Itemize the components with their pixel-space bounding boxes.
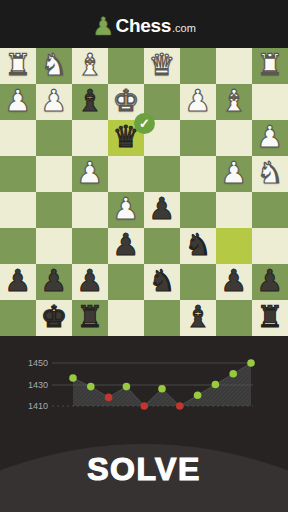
piece-white-pawn: ♟ [113, 194, 140, 224]
square-c4[interactable] [180, 156, 216, 192]
square-a1[interactable]: ♜ [252, 48, 288, 84]
solve-cta[interactable]: SOLVE [0, 453, 288, 485]
square-e6[interactable]: ♟ [108, 228, 144, 264]
square-h1[interactable]: ♜ [0, 48, 36, 84]
square-a7[interactable]: ♟ [252, 264, 288, 300]
rating-dot-up [123, 383, 131, 391]
ytick-label: 1450 [28, 358, 48, 368]
square-c5[interactable] [180, 192, 216, 228]
correct-move-badge: ✓ [134, 113, 155, 134]
piece-white-king: ♚ [113, 86, 140, 116]
piece-black-king: ♚ [41, 302, 68, 332]
check-icon: ✓ [139, 116, 150, 131]
square-h2[interactable]: ♟ [0, 84, 36, 120]
square-h8[interactable] [0, 300, 36, 336]
rating-dot-up [87, 383, 95, 391]
piece-black-pawn: ♟ [221, 266, 248, 296]
square-f6[interactable] [72, 228, 108, 264]
ytick-label: 1430 [28, 380, 48, 390]
rating-dot-down [176, 402, 184, 410]
app-header: ♟ Chess .com [0, 0, 288, 48]
square-h5[interactable] [0, 192, 36, 228]
square-b5[interactable] [216, 192, 252, 228]
square-g3[interactable] [36, 120, 72, 156]
app-screen: ♟ Chess .com ♜♞♝♛♜♟♟♝♚♟♝♛♟♟♟♞♟♟♟♞♟♟♟♞♟♟♚… [0, 0, 288, 512]
square-a8[interactable]: ♜ [252, 300, 288, 336]
square-f1[interactable]: ♝ [72, 48, 108, 84]
square-f2[interactable]: ♝ [72, 84, 108, 120]
piece-white-queen: ♛ [149, 50, 176, 80]
square-e4[interactable] [108, 156, 144, 192]
logo-suffix: .com [172, 22, 196, 34]
square-f5[interactable] [72, 192, 108, 228]
piece-white-pawn: ♟ [221, 158, 248, 188]
pawn-logo-icon: ♟ [92, 14, 114, 39]
square-b8[interactable] [216, 300, 252, 336]
square-b3[interactable] [216, 120, 252, 156]
square-g8[interactable]: ♚ [36, 300, 72, 336]
piece-white-bishop: ♝ [77, 50, 104, 80]
piece-black-pawn: ♟ [113, 230, 140, 260]
square-f4[interactable]: ♟ [72, 156, 108, 192]
piece-black-bishop: ♝ [185, 302, 212, 332]
square-c3[interactable] [180, 120, 216, 156]
square-b4[interactable]: ♟ [216, 156, 252, 192]
piece-white-pawn: ♟ [257, 122, 284, 152]
square-e8[interactable] [108, 300, 144, 336]
piece-black-pawn: ♟ [77, 266, 104, 296]
square-e5[interactable]: ♟ [108, 192, 144, 228]
square-g6[interactable] [36, 228, 72, 264]
square-d6[interactable] [144, 228, 180, 264]
square-c8[interactable]: ♝ [180, 300, 216, 336]
rating-dot-up [229, 370, 237, 378]
square-a2[interactable] [252, 84, 288, 120]
square-b2[interactable]: ♝ [216, 84, 252, 120]
piece-white-rook: ♜ [257, 50, 284, 80]
piece-black-pawn: ♟ [149, 194, 176, 224]
square-b7[interactable]: ♟ [216, 264, 252, 300]
rating-chart-svg: 145014301410 [0, 336, 288, 436]
square-h7[interactable]: ♟ [0, 264, 36, 300]
square-d1[interactable]: ♛ [144, 48, 180, 84]
piece-white-pawn: ♟ [5, 86, 32, 116]
square-a6[interactable] [252, 228, 288, 264]
square-d4[interactable] [144, 156, 180, 192]
square-h3[interactable] [0, 120, 36, 156]
piece-black-knight: ♞ [149, 266, 176, 296]
rating-dot-up [194, 392, 202, 400]
square-c6[interactable]: ♞ [180, 228, 216, 264]
chesscom-logo: ♟ Chess .com [92, 11, 196, 37]
square-g5[interactable] [36, 192, 72, 228]
square-a3[interactable]: ♟ [252, 120, 288, 156]
square-c7[interactable] [180, 264, 216, 300]
square-d7[interactable]: ♞ [144, 264, 180, 300]
square-d5[interactable]: ♟ [144, 192, 180, 228]
piece-white-pawn: ♟ [77, 158, 104, 188]
square-b6[interactable] [216, 228, 252, 264]
rating-chart: 145014301410 [0, 336, 288, 436]
piece-white-pawn: ♟ [41, 86, 68, 116]
piece-black-pawn: ♟ [41, 266, 68, 296]
rating-dot-up [69, 374, 77, 382]
piece-white-pawn: ♟ [185, 86, 212, 116]
square-g7[interactable]: ♟ [36, 264, 72, 300]
ytick-label: 1410 [28, 401, 48, 411]
square-f3[interactable] [72, 120, 108, 156]
square-e1[interactable] [108, 48, 144, 84]
square-d8[interactable] [144, 300, 180, 336]
square-g2[interactable]: ♟ [36, 84, 72, 120]
square-g1[interactable]: ♞ [36, 48, 72, 84]
piece-black-rook: ♜ [257, 302, 284, 332]
rating-dot-up [247, 359, 255, 367]
piece-black-pawn: ♟ [257, 266, 284, 296]
square-b1[interactable] [216, 48, 252, 84]
piece-white-knight: ♞ [41, 50, 68, 80]
square-f7[interactable]: ♟ [72, 264, 108, 300]
square-a5[interactable] [252, 192, 288, 228]
square-e7[interactable] [108, 264, 144, 300]
square-h6[interactable] [0, 228, 36, 264]
logo-text: Chess [116, 15, 172, 37]
rating-dot-down [105, 394, 113, 402]
piece-black-bishop: ♝ [77, 86, 104, 116]
rating-dot-up [158, 385, 166, 393]
square-g4[interactable] [36, 156, 72, 192]
piece-white-knight: ♞ [257, 158, 284, 188]
square-a4[interactable]: ♞ [252, 156, 288, 192]
square-f8[interactable]: ♜ [72, 300, 108, 336]
piece-white-rook: ♜ [5, 50, 32, 80]
rating-dot-down [140, 402, 148, 410]
rating-dot-up [212, 381, 220, 389]
piece-black-pawn: ♟ [5, 266, 32, 296]
chess-board[interactable]: ♜♞♝♛♜♟♟♝♚♟♝♛♟♟♟♞♟♟♟♞♟♟♟♞♟♟♚♜♝♜ [0, 48, 288, 336]
piece-black-rook: ♜ [77, 302, 104, 332]
piece-white-bishop: ♝ [221, 86, 248, 116]
square-c2[interactable]: ♟ [180, 84, 216, 120]
piece-black-knight: ♞ [185, 230, 212, 260]
square-c1[interactable] [180, 48, 216, 84]
square-h4[interactable] [0, 156, 36, 192]
